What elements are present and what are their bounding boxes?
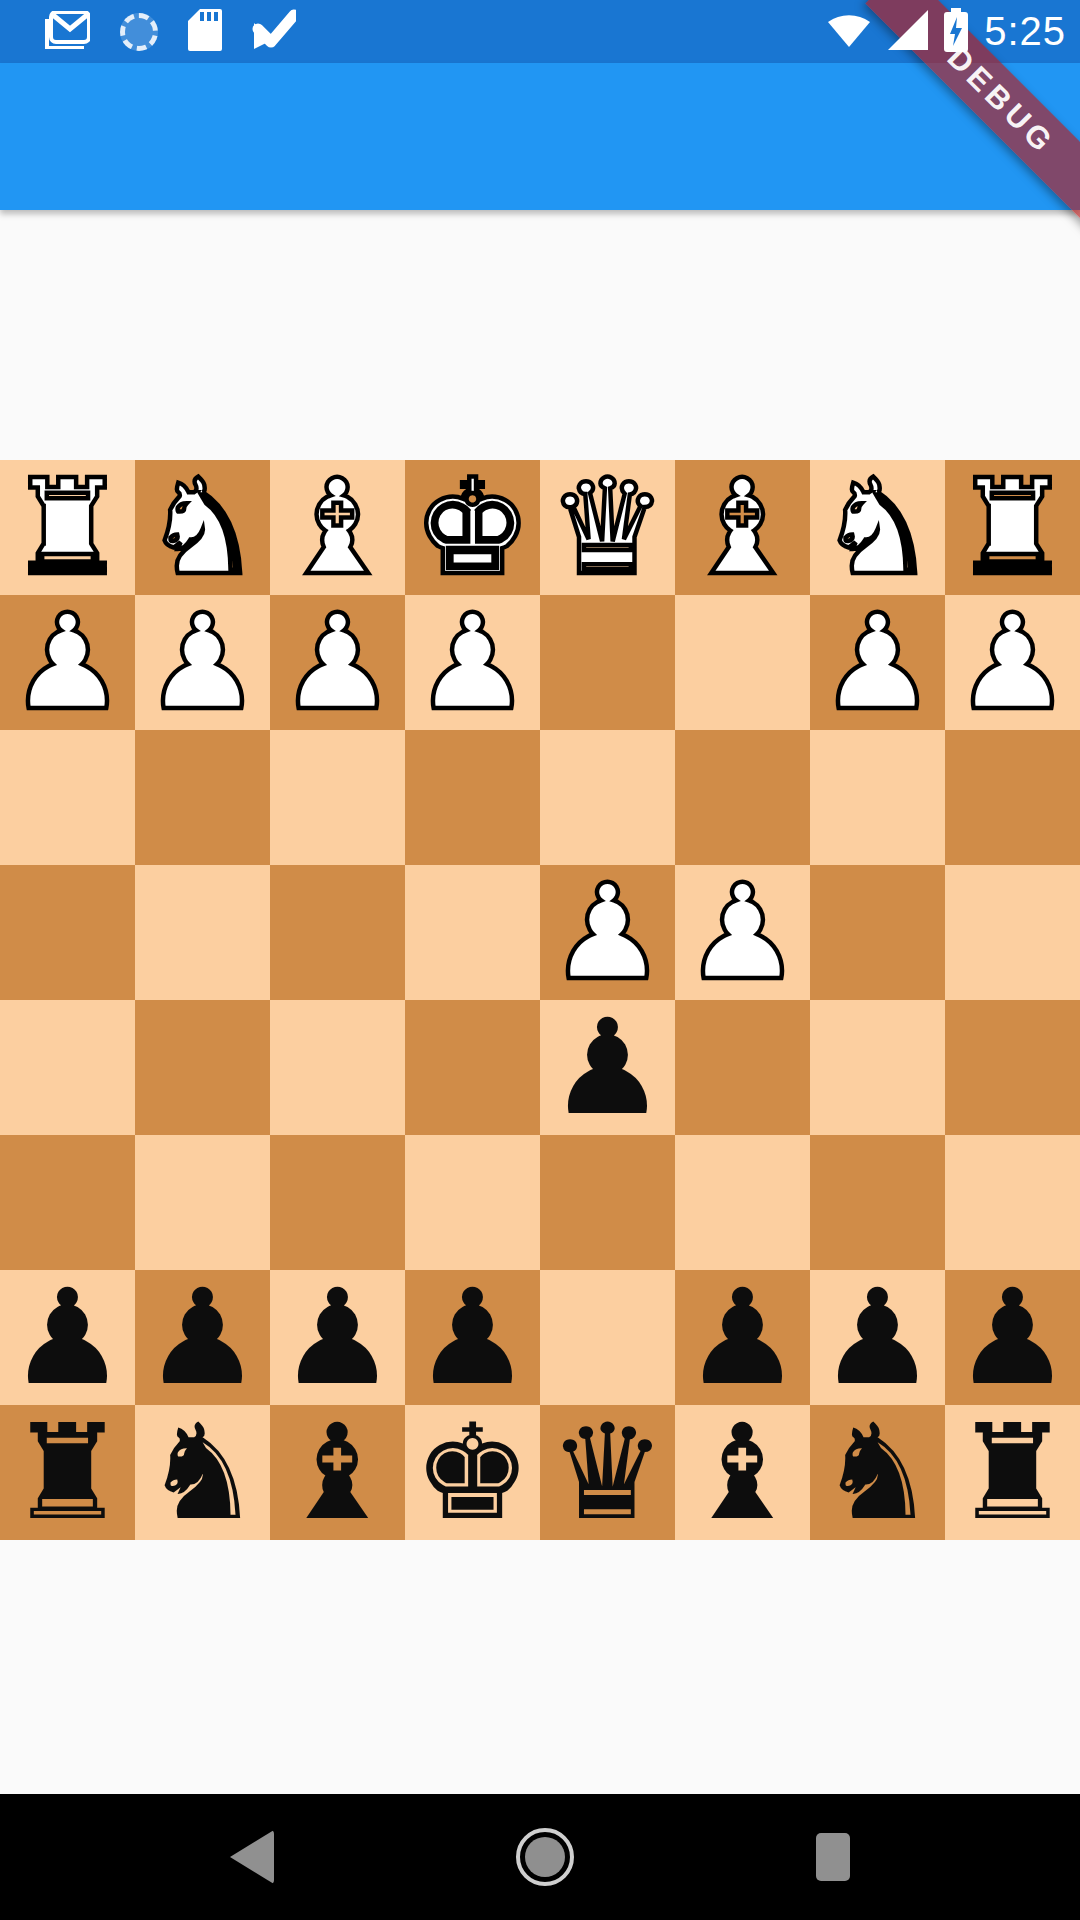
square-a5[interactable] xyxy=(945,1000,1080,1135)
white-pawn: ♟ xyxy=(953,595,1071,730)
square-e6[interactable] xyxy=(405,1135,540,1270)
status-bar-system-icons: 5:25 xyxy=(826,0,1066,63)
square-b1[interactable]: ♞ xyxy=(810,460,945,595)
white-pawn: ♟ xyxy=(818,595,936,730)
white-knight: ♞ xyxy=(143,460,261,595)
square-h4[interactable] xyxy=(0,865,135,1000)
square-f2[interactable]: ♟ xyxy=(270,595,405,730)
square-b6[interactable] xyxy=(810,1135,945,1270)
white-bishop: ♝ xyxy=(683,460,801,595)
status-bar-clock: 5:25 xyxy=(984,9,1066,54)
recents-icon xyxy=(816,1833,850,1881)
square-d8[interactable]: ♛ xyxy=(540,1405,675,1540)
square-e7[interactable]: ♟ xyxy=(405,1270,540,1405)
square-g3[interactable] xyxy=(135,730,270,865)
black-pawn: ♟ xyxy=(143,1270,261,1405)
black-knight: ♞ xyxy=(143,1405,261,1540)
square-d6[interactable] xyxy=(540,1135,675,1270)
black-pawn: ♟ xyxy=(278,1270,396,1405)
square-a6[interactable] xyxy=(945,1135,1080,1270)
square-b5[interactable] xyxy=(810,1000,945,1135)
white-bishop: ♝ xyxy=(278,460,396,595)
square-g6[interactable] xyxy=(135,1135,270,1270)
black-pawn: ♟ xyxy=(818,1270,936,1405)
square-c7[interactable]: ♟ xyxy=(675,1270,810,1405)
sd-card-icon xyxy=(188,9,222,55)
black-pawn: ♟ xyxy=(8,1270,126,1405)
square-h3[interactable] xyxy=(0,730,135,865)
gmail-icon xyxy=(44,11,90,53)
square-e3[interactable] xyxy=(405,730,540,865)
square-d7[interactable] xyxy=(540,1270,675,1405)
square-f6[interactable] xyxy=(270,1135,405,1270)
black-king: ♚ xyxy=(413,1405,531,1540)
square-f1[interactable]: ♝ xyxy=(270,460,405,595)
square-b8[interactable]: ♞ xyxy=(810,1405,945,1540)
square-h2[interactable]: ♟ xyxy=(0,595,135,730)
square-h8[interactable]: ♜ xyxy=(0,1405,135,1540)
square-e2[interactable]: ♟ xyxy=(405,595,540,730)
battery-charging-icon xyxy=(944,8,968,56)
square-e8[interactable]: ♚ xyxy=(405,1405,540,1540)
square-e1[interactable]: ♚ xyxy=(405,460,540,595)
square-d3[interactable] xyxy=(540,730,675,865)
black-knight: ♞ xyxy=(818,1405,936,1540)
square-f5[interactable] xyxy=(270,1000,405,1135)
square-b3[interactable] xyxy=(810,730,945,865)
square-h1[interactable]: ♜ xyxy=(0,460,135,595)
back-button[interactable] xyxy=(230,1830,274,1884)
square-e5[interactable] xyxy=(405,1000,540,1135)
square-d4[interactable]: ♟ xyxy=(540,865,675,1000)
square-a2[interactable]: ♟ xyxy=(945,595,1080,730)
square-h5[interactable] xyxy=(0,1000,135,1135)
square-c4[interactable]: ♟ xyxy=(675,865,810,1000)
white-pawn: ♟ xyxy=(548,865,666,1000)
home-icon-inner xyxy=(525,1837,565,1877)
square-f4[interactable] xyxy=(270,865,405,1000)
square-c8[interactable]: ♝ xyxy=(675,1405,810,1540)
wifi-icon xyxy=(826,11,872,53)
square-c2[interactable] xyxy=(675,595,810,730)
square-d5[interactable]: ♟ xyxy=(540,1000,675,1135)
black-pawn: ♟ xyxy=(413,1270,531,1405)
square-d1[interactable]: ♛ xyxy=(540,460,675,595)
black-pawn: ♟ xyxy=(953,1270,1071,1405)
square-c6[interactable] xyxy=(675,1135,810,1270)
square-f7[interactable]: ♟ xyxy=(270,1270,405,1405)
black-bishop: ♝ xyxy=(278,1405,396,1540)
black-bishop: ♝ xyxy=(683,1405,801,1540)
status-bar-notification-icons xyxy=(44,0,296,63)
black-pawn: ♟ xyxy=(548,1000,666,1135)
square-g2[interactable]: ♟ xyxy=(135,595,270,730)
square-a7[interactable]: ♟ xyxy=(945,1270,1080,1405)
square-f8[interactable]: ♝ xyxy=(270,1405,405,1540)
square-c1[interactable]: ♝ xyxy=(675,460,810,595)
white-king: ♚ xyxy=(413,460,531,595)
square-e4[interactable] xyxy=(405,865,540,1000)
app-bar xyxy=(0,63,1080,210)
white-pawn: ♟ xyxy=(413,595,531,730)
black-rook: ♜ xyxy=(8,1405,126,1540)
square-g4[interactable] xyxy=(135,865,270,1000)
home-button[interactable] xyxy=(516,1828,574,1886)
chess-board[interactable]: ♜♞♝♚♛♝♞♜♟♟♟♟♟♟♟♟♟♟♟♟♟♟♟♟♜♞♝♚♛♝♞♜ xyxy=(0,460,1080,1540)
square-d2[interactable] xyxy=(540,595,675,730)
black-queen: ♛ xyxy=(548,1405,666,1540)
white-knight: ♞ xyxy=(818,460,936,595)
square-f3[interactable] xyxy=(270,730,405,865)
back-icon xyxy=(230,1830,274,1884)
square-b7[interactable]: ♟ xyxy=(810,1270,945,1405)
home-icon xyxy=(516,1828,574,1886)
square-g1[interactable]: ♞ xyxy=(135,460,270,595)
cell-signal-icon xyxy=(888,10,928,54)
square-b2[interactable]: ♟ xyxy=(810,595,945,730)
square-a4[interactable] xyxy=(945,865,1080,1000)
recents-button[interactable] xyxy=(816,1833,850,1881)
white-pawn: ♟ xyxy=(278,595,396,730)
white-rook: ♜ xyxy=(8,460,126,595)
white-pawn: ♟ xyxy=(8,595,126,730)
square-a1[interactable]: ♜ xyxy=(945,460,1080,595)
square-h6[interactable] xyxy=(0,1135,135,1270)
black-rook: ♜ xyxy=(953,1405,1071,1540)
white-pawn: ♟ xyxy=(143,595,261,730)
square-c3[interactable] xyxy=(675,730,810,865)
white-rook: ♜ xyxy=(953,460,1071,595)
sync-spinner-icon xyxy=(120,13,158,51)
tasks-check-icon xyxy=(252,9,296,55)
square-b4[interactable] xyxy=(810,865,945,1000)
android-nav-bar xyxy=(0,1794,1080,1920)
square-a8[interactable]: ♜ xyxy=(945,1405,1080,1540)
square-h7[interactable]: ♟ xyxy=(0,1270,135,1405)
square-c5[interactable] xyxy=(675,1000,810,1135)
black-pawn: ♟ xyxy=(683,1270,801,1405)
square-a3[interactable] xyxy=(945,730,1080,865)
white-pawn: ♟ xyxy=(683,865,801,1000)
square-g7[interactable]: ♟ xyxy=(135,1270,270,1405)
square-g5[interactable] xyxy=(135,1000,270,1135)
white-queen: ♛ xyxy=(548,460,666,595)
square-g8[interactable]: ♞ xyxy=(135,1405,270,1540)
